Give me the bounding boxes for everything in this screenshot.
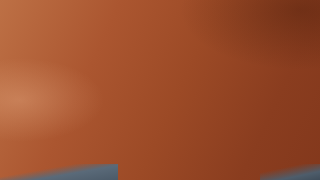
table-edge-left — [0, 164, 118, 180]
chess-photo-scene: abcdefgh8♜♝♛♚♝♜87♟♟♟♟♛♟♟76♞♞65♟54♝♟4332♟… — [0, 0, 320, 180]
table-edge-right — [260, 164, 320, 180]
